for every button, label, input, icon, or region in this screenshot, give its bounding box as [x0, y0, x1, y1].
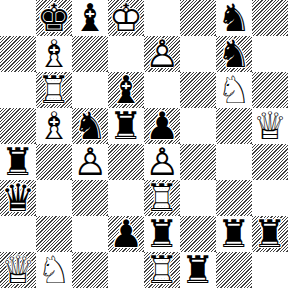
square-f8[interactable]: [180, 0, 216, 36]
square-e1[interactable]: ♜♖: [144, 252, 180, 288]
white-knight-piece[interactable]: ♞♘: [36, 252, 72, 288]
white-bishop-piece[interactable]: ♝♗: [36, 108, 72, 144]
black-rook-piece[interactable]: ♜: [144, 216, 180, 252]
square-c4[interactable]: ♟♙: [72, 144, 108, 180]
square-e3[interactable]: ♜♖: [144, 180, 180, 216]
black-knight-piece[interactable]: ♞: [216, 36, 252, 72]
piece-outline: ♔: [108, 0, 144, 36]
square-e4[interactable]: ♟♙: [144, 144, 180, 180]
square-g4[interactable]: [216, 144, 252, 180]
piece-outline: ♗: [36, 108, 72, 144]
square-c1[interactable]: [72, 252, 108, 288]
black-king-piece[interactable]: ♚: [36, 0, 72, 36]
square-g3[interactable]: [216, 180, 252, 216]
chess-board: ♚♝♚♔♞♝♗♟♙♞♜♖♝♞♘♝♗♞♜♟♛♕♜♟♙♟♙♛♜♖♟♜♜♜♛♕♞♘♜♖…: [0, 0, 288, 288]
square-a7[interactable]: [0, 36, 36, 72]
square-e6[interactable]: [144, 72, 180, 108]
square-g6[interactable]: ♞♘: [216, 72, 252, 108]
square-h2[interactable]: ♜: [252, 216, 288, 252]
square-e8[interactable]: [144, 0, 180, 36]
square-e7[interactable]: ♟♙: [144, 36, 180, 72]
square-b1[interactable]: ♞♘: [36, 252, 72, 288]
square-a6[interactable]: [0, 72, 36, 108]
white-queen-piece[interactable]: ♛♕: [0, 252, 36, 288]
white-queen-piece[interactable]: ♛♕: [252, 108, 288, 144]
piece-outline: ♖: [36, 72, 72, 108]
square-f1[interactable]: ♜: [180, 252, 216, 288]
square-a1[interactable]: ♛♕: [0, 252, 36, 288]
square-b7[interactable]: ♝♗: [36, 36, 72, 72]
square-c8[interactable]: ♝: [72, 0, 108, 36]
square-a3[interactable]: ♛: [0, 180, 36, 216]
square-a5[interactable]: [0, 108, 36, 144]
piece-outline: ♖: [144, 180, 180, 216]
black-rook-piece[interactable]: ♜: [180, 252, 216, 288]
square-e2[interactable]: ♜: [144, 216, 180, 252]
black-bishop-piece[interactable]: ♝: [72, 0, 108, 36]
white-knight-piece[interactable]: ♞♘: [216, 72, 252, 108]
black-rook-piece[interactable]: ♜: [216, 216, 252, 252]
white-pawn-piece[interactable]: ♟♙: [144, 36, 180, 72]
square-d1[interactable]: [108, 252, 144, 288]
square-g5[interactable]: [216, 108, 252, 144]
square-d5[interactable]: ♜: [108, 108, 144, 144]
square-d6[interactable]: ♝: [108, 72, 144, 108]
white-bishop-piece[interactable]: ♝♗: [36, 36, 72, 72]
white-rook-piece[interactable]: ♜♖: [36, 72, 72, 108]
square-c2[interactable]: [72, 216, 108, 252]
square-f4[interactable]: [180, 144, 216, 180]
black-rook-piece[interactable]: ♜: [108, 108, 144, 144]
square-g8[interactable]: ♞: [216, 0, 252, 36]
square-c7[interactable]: [72, 36, 108, 72]
white-rook-piece[interactable]: ♜♖: [144, 180, 180, 216]
square-h1[interactable]: [252, 252, 288, 288]
square-h6[interactable]: [252, 72, 288, 108]
square-d2[interactable]: ♟: [108, 216, 144, 252]
square-f2[interactable]: [180, 216, 216, 252]
black-knight-piece[interactable]: ♞: [72, 108, 108, 144]
piece-outline: ♘: [216, 72, 252, 108]
square-a2[interactable]: [0, 216, 36, 252]
square-f6[interactable]: [180, 72, 216, 108]
black-queen-piece[interactable]: ♛: [0, 180, 36, 216]
square-g7[interactable]: ♞: [216, 36, 252, 72]
square-d3[interactable]: [108, 180, 144, 216]
piece-outline: ♙: [72, 144, 108, 180]
square-h5[interactable]: ♛♕: [252, 108, 288, 144]
square-e5[interactable]: ♟: [144, 108, 180, 144]
square-b5[interactable]: ♝♗: [36, 108, 72, 144]
black-knight-piece[interactable]: ♞: [216, 0, 252, 36]
piece-outline: ♙: [144, 144, 180, 180]
square-a8[interactable]: [0, 0, 36, 36]
square-a4[interactable]: ♜: [0, 144, 36, 180]
square-c6[interactable]: [72, 72, 108, 108]
black-pawn-piece[interactable]: ♟: [144, 108, 180, 144]
black-pawn-piece[interactable]: ♟: [108, 216, 144, 252]
square-b6[interactable]: ♜♖: [36, 72, 72, 108]
black-rook-piece[interactable]: ♜: [252, 216, 288, 252]
white-rook-piece[interactable]: ♜♖: [144, 252, 180, 288]
square-b4[interactable]: [36, 144, 72, 180]
square-b2[interactable]: [36, 216, 72, 252]
black-rook-piece[interactable]: ♜: [0, 144, 36, 180]
square-b3[interactable]: [36, 180, 72, 216]
square-h4[interactable]: [252, 144, 288, 180]
square-h8[interactable]: [252, 0, 288, 36]
piece-outline: ♕: [0, 252, 36, 288]
white-pawn-piece[interactable]: ♟♙: [72, 144, 108, 180]
piece-outline: ♘: [36, 252, 72, 288]
piece-outline: ♗: [36, 36, 72, 72]
black-bishop-piece[interactable]: ♝: [108, 72, 144, 108]
square-d8[interactable]: ♚♔: [108, 0, 144, 36]
white-king-piece[interactable]: ♚♔: [108, 0, 144, 36]
white-pawn-piece[interactable]: ♟♙: [144, 144, 180, 180]
piece-outline: ♙: [144, 36, 180, 72]
square-c3[interactable]: [72, 180, 108, 216]
square-g2[interactable]: ♜: [216, 216, 252, 252]
square-b8[interactable]: ♚: [36, 0, 72, 36]
square-f7[interactable]: [180, 36, 216, 72]
piece-outline: ♖: [144, 252, 180, 288]
square-h7[interactable]: [252, 36, 288, 72]
square-f5[interactable]: [180, 108, 216, 144]
square-c5[interactable]: ♞: [72, 108, 108, 144]
square-d4[interactable]: [108, 144, 144, 180]
square-f3[interactable]: [180, 180, 216, 216]
piece-outline: ♕: [252, 108, 288, 144]
square-h3[interactable]: [252, 180, 288, 216]
square-d7[interactable]: [108, 36, 144, 72]
square-g1[interactable]: [216, 252, 252, 288]
